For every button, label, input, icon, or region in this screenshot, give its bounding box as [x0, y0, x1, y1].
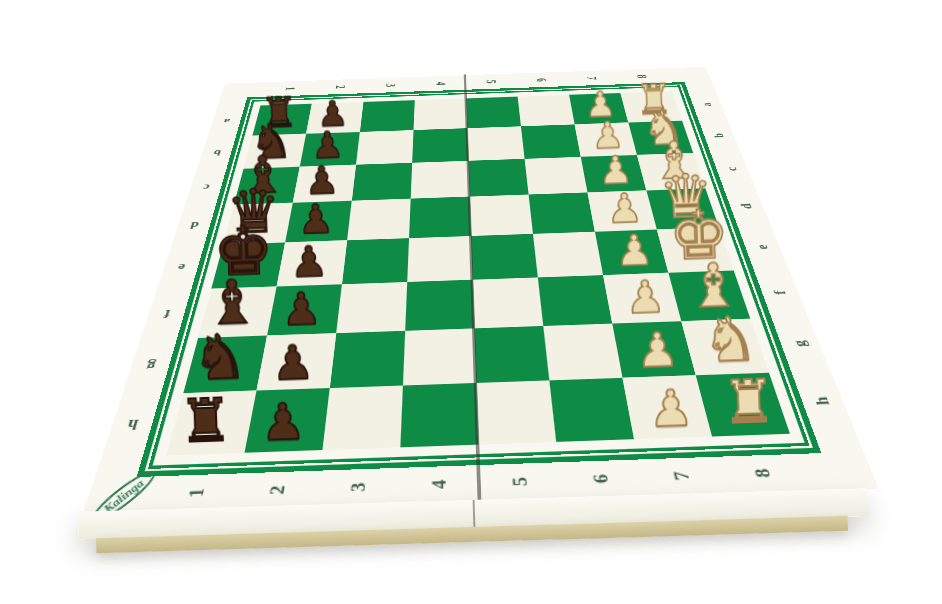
square-h5[interactable]: [476, 380, 556, 444]
board-perspective-wrap: 12345678 12345678 abcdefgh abcdefgh ♜♟♟♜…: [161, 0, 782, 546]
square-e7[interactable]: ♟: [595, 230, 669, 276]
square-c6[interactable]: [525, 157, 588, 195]
fold-seam-side: [473, 500, 476, 528]
square-d3[interactable]: [347, 199, 411, 241]
black-pawn[interactable]: ♟: [271, 338, 315, 387]
square-h7[interactable]: ♟: [623, 375, 712, 439]
square-e4[interactable]: [407, 236, 472, 282]
rank-label: 3: [378, 71, 403, 99]
square-h8[interactable]: ♜: [696, 373, 790, 437]
square-d6[interactable]: [529, 192, 595, 233]
rank-label: 4: [429, 70, 452, 98]
square-b4[interactable]: [412, 128, 468, 163]
chess-board: 12345678 12345678 abcdefgh abcdefgh ♜♟♟♜…: [82, 67, 879, 517]
file-label: c: [700, 160, 764, 178]
square-g4[interactable]: [403, 328, 476, 385]
rank-label: 2: [326, 73, 353, 101]
square-c4[interactable]: [411, 161, 470, 199]
square-f5[interactable]: [473, 277, 544, 328]
white-pawn[interactable]: ♟: [615, 228, 654, 271]
white-knight[interactable]: ♞: [702, 308, 759, 371]
square-h1[interactable]: ♜: [167, 391, 257, 456]
square-f4[interactable]: [405, 280, 474, 331]
square-b6[interactable]: [521, 124, 581, 158]
square-a6[interactable]: [518, 95, 575, 127]
square-a5[interactable]: [466, 97, 521, 129]
square-f2[interactable]: ♟: [267, 284, 342, 335]
square-a3[interactable]: [360, 100, 415, 132]
rank-label: 5: [479, 68, 504, 96]
white-pawn[interactable]: ♟: [648, 383, 695, 435]
black-knight[interactable]: ♞: [191, 326, 248, 389]
square-h2[interactable]: ♟: [245, 388, 330, 453]
square-h3[interactable]: [322, 386, 402, 450]
square-g3[interactable]: [330, 331, 405, 388]
black-rook[interactable]: ♜: [178, 390, 233, 451]
square-c5[interactable]: [468, 159, 528, 197]
square-g2[interactable]: ♟: [257, 333, 337, 390]
white-pawn[interactable]: ♟: [625, 274, 666, 320]
square-b5[interactable]: [467, 126, 524, 160]
square-e5[interactable]: [471, 234, 538, 280]
square-g5[interactable]: [474, 326, 549, 383]
square-e2[interactable]: ♟: [277, 240, 347, 286]
white-pawn[interactable]: ♟: [598, 151, 633, 190]
square-d4[interactable]: [409, 197, 471, 239]
white-rook[interactable]: ♜: [721, 371, 776, 432]
black-pawn[interactable]: ♟: [289, 240, 328, 283]
white-pawn[interactable]: ♟: [636, 325, 680, 374]
rank-label: 6: [528, 66, 555, 94]
file-label: a: [678, 97, 736, 112]
square-a4[interactable]: [414, 98, 468, 130]
square-g6[interactable]: [543, 324, 622, 381]
square-h6[interactable]: [549, 378, 634, 442]
squares: ♜♟♟♜♞♟♟♞♝♟♟♝♛♟♟♛♚♟♟♚♝♟♟♝♞♟♟♞♜♟♟♜: [167, 91, 790, 455]
square-f6[interactable]: [538, 275, 612, 326]
rank-label: 7: [577, 65, 606, 93]
black-pawn[interactable]: ♟: [297, 198, 334, 239]
square-f3[interactable]: [336, 282, 407, 333]
square-b3[interactable]: [356, 130, 414, 165]
black-pawn[interactable]: ♟: [281, 286, 322, 332]
chess-set-photo: 12345678 12345678 abcdefgh abcdefgh ♜♟♟♜…: [0, 0, 942, 604]
square-h4[interactable]: [400, 383, 478, 447]
square-f7[interactable]: ♟: [603, 273, 681, 324]
square-c3[interactable]: [352, 163, 412, 201]
square-e3[interactable]: [342, 238, 409, 284]
white-pawn[interactable]: ♟: [606, 187, 643, 228]
square-e6[interactable]: [533, 232, 603, 278]
square-d5[interactable]: [470, 194, 533, 236]
black-pawn[interactable]: ♟: [260, 396, 307, 448]
file-label: b: [689, 127, 750, 143]
black-pawn[interactable]: ♟: [304, 161, 339, 200]
